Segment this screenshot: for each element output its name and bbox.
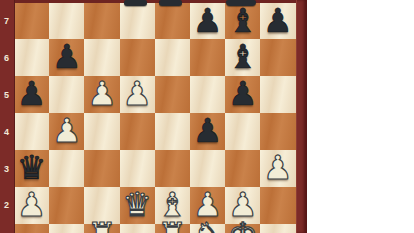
square-g3 <box>225 150 260 187</box>
square-d1 <box>120 224 155 233</box>
square-h1 <box>260 224 295 233</box>
square-h5 <box>260 76 295 113</box>
square-a3: ♛ <box>14 150 49 187</box>
chess-board: ♟♝♟♟♝♟♟♟♟♟♟♛♟♟♛♝♟♟♜♜♞♚ <box>14 0 296 233</box>
square-e1: ♜ <box>155 224 190 233</box>
partial-piece-d8 <box>124 0 147 6</box>
square-a1 <box>14 224 49 233</box>
partial-piece-g8 <box>226 0 256 6</box>
chess-diagram: ♟♝♟♟♝♟♟♟♟♟♟♛♟♟♛♝♟♟♜♜♞♚ 765432 <box>0 0 414 233</box>
piece-white-rook-e1: ♜ <box>158 217 188 233</box>
square-b7 <box>49 3 84 40</box>
piece-white-pawn-b4: ♟ <box>52 113 82 150</box>
rank-label-2: 2 <box>0 200 13 210</box>
square-c7 <box>84 3 119 40</box>
piece-black-queen-a3: ♛ <box>17 150 47 187</box>
piece-black-pawn-g5: ♟ <box>228 76 258 113</box>
square-b4: ♟ <box>49 113 84 150</box>
square-d4 <box>120 113 155 150</box>
square-h6 <box>260 39 295 76</box>
square-g7: ♝ <box>225 3 260 40</box>
square-a7 <box>14 3 49 40</box>
piece-black-pawn-a5: ♟ <box>17 76 47 113</box>
square-f6 <box>190 39 225 76</box>
piece-black-bishop-g7: ♝ <box>228 3 258 40</box>
piece-black-pawn-f7: ♟ <box>193 3 223 40</box>
board-top-border <box>0 0 306 3</box>
square-h7: ♟ <box>260 3 295 40</box>
square-h4 <box>260 113 295 150</box>
piece-white-rook-c1: ♜ <box>87 217 117 233</box>
square-d5: ♟ <box>120 76 155 113</box>
square-c5: ♟ <box>84 76 119 113</box>
square-a6 <box>14 39 49 76</box>
square-e7 <box>155 3 190 40</box>
square-g4 <box>225 113 260 150</box>
partial-piece-e8 <box>159 0 182 6</box>
square-e3 <box>155 150 190 187</box>
piece-white-knight-f1: ♞ <box>193 217 223 233</box>
square-c1: ♜ <box>84 224 119 233</box>
piece-white-pawn-c5: ♟ <box>87 76 117 113</box>
rank-label-strip: 765432 <box>0 0 15 233</box>
square-a4 <box>14 113 49 150</box>
square-e6 <box>155 39 190 76</box>
square-a5: ♟ <box>14 76 49 113</box>
piece-white-pawn-a2: ♟ <box>17 187 47 224</box>
square-b3 <box>49 150 84 187</box>
piece-black-pawn-b6: ♟ <box>52 39 82 76</box>
square-g6: ♝ <box>225 39 260 76</box>
piece-black-pawn-f4: ♟ <box>193 113 223 150</box>
piece-black-bishop-g6: ♝ <box>228 39 258 76</box>
square-f5 <box>190 76 225 113</box>
square-d7 <box>120 3 155 40</box>
square-c4 <box>84 113 119 150</box>
square-f1: ♞ <box>190 224 225 233</box>
board-right-border <box>296 0 308 233</box>
square-f7: ♟ <box>190 3 225 40</box>
square-d6 <box>120 39 155 76</box>
rank-label-5: 5 <box>0 90 13 100</box>
rank-label-4: 4 <box>0 127 13 137</box>
square-c6 <box>84 39 119 76</box>
rank-label-7: 7 <box>0 16 13 26</box>
rank-label-3: 3 <box>0 164 13 174</box>
square-g1: ♚ <box>225 224 260 233</box>
piece-white-king-g1: ♚ <box>228 217 258 233</box>
square-d2: ♛ <box>120 187 155 224</box>
piece-white-pawn-d5: ♟ <box>122 76 152 113</box>
piece-white-queen-d2: ♛ <box>122 187 152 224</box>
square-h2 <box>260 187 295 224</box>
square-f3 <box>190 150 225 187</box>
square-d3 <box>120 150 155 187</box>
piece-black-pawn-h7: ♟ <box>263 3 293 40</box>
square-e4 <box>155 113 190 150</box>
square-e5 <box>155 76 190 113</box>
square-a2: ♟ <box>14 187 49 224</box>
square-h3: ♟ <box>260 150 295 187</box>
square-b1 <box>49 224 84 233</box>
square-g5: ♟ <box>225 76 260 113</box>
square-b6: ♟ <box>49 39 84 76</box>
square-b2 <box>49 187 84 224</box>
piece-white-pawn-h3: ♟ <box>263 150 293 187</box>
square-f4: ♟ <box>190 113 225 150</box>
square-b5 <box>49 76 84 113</box>
square-c3 <box>84 150 119 187</box>
rank-label-6: 6 <box>0 53 13 63</box>
